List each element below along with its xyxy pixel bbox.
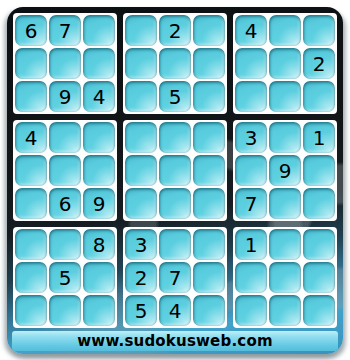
cell-r8c2[interactable]: 5 xyxy=(49,262,81,293)
cell-r7c4[interactable]: 3 xyxy=(125,229,157,260)
cell-r9c5[interactable]: 4 xyxy=(159,295,191,326)
cell-r9c4[interactable]: 5 xyxy=(125,295,157,326)
cell-r5c6[interactable] xyxy=(193,155,225,186)
cell-r8c7[interactable] xyxy=(235,262,267,293)
cell-r5c5[interactable] xyxy=(159,155,191,186)
cell-r4c4[interactable] xyxy=(125,122,157,153)
cell-r1c4[interactable] xyxy=(125,15,157,46)
box-8: 32754 xyxy=(123,227,227,328)
box-3: 42 xyxy=(233,13,337,114)
cell-r6c2[interactable]: 6 xyxy=(49,188,81,219)
cell-r2c8[interactable] xyxy=(269,48,301,79)
cell-r7c1[interactable] xyxy=(15,229,47,260)
cell-r8c4[interactable]: 2 xyxy=(125,262,157,293)
cell-r6c6[interactable] xyxy=(193,188,225,219)
cell-r2c5[interactable] xyxy=(159,48,191,79)
cell-r4c6[interactable] xyxy=(193,122,225,153)
cell-r3c7[interactable] xyxy=(235,81,267,112)
cell-r6c5[interactable] xyxy=(159,188,191,219)
box-7: 85 xyxy=(13,227,117,328)
cell-r1c8[interactable] xyxy=(269,15,301,46)
cell-r3c1[interactable] xyxy=(15,81,47,112)
cell-r6c4[interactable] xyxy=(125,188,157,219)
cell-r5c7[interactable] xyxy=(235,155,267,186)
cell-r2c9[interactable]: 2 xyxy=(303,48,335,79)
cell-r8c5[interactable]: 7 xyxy=(159,262,191,293)
cell-r5c4[interactable] xyxy=(125,155,157,186)
cell-r8c8[interactable] xyxy=(269,262,301,293)
sudoku-grid: 67942542469319785327541 xyxy=(7,7,343,328)
cell-r7c5[interactable] xyxy=(159,229,191,260)
cell-r1c7[interactable]: 4 xyxy=(235,15,267,46)
cell-r9c2[interactable] xyxy=(49,295,81,326)
cell-r4c3[interactable] xyxy=(83,122,115,153)
cell-r1c5[interactable]: 2 xyxy=(159,15,191,46)
box-4: 469 xyxy=(13,120,117,221)
cell-r8c6[interactable] xyxy=(193,262,225,293)
cell-r3c6[interactable] xyxy=(193,81,225,112)
cell-r7c2[interactable] xyxy=(49,229,81,260)
box-2: 25 xyxy=(123,13,227,114)
box-9: 1 xyxy=(233,227,337,328)
cell-r6c9[interactable] xyxy=(303,188,335,219)
cell-r9c3[interactable] xyxy=(83,295,115,326)
cell-r5c1[interactable] xyxy=(15,155,47,186)
cell-r9c8[interactable] xyxy=(269,295,301,326)
cell-r3c9[interactable] xyxy=(303,81,335,112)
cell-r5c8[interactable]: 9 xyxy=(269,155,301,186)
cell-r4c7[interactable]: 3 xyxy=(235,122,267,153)
cell-r8c9[interactable] xyxy=(303,262,335,293)
page: 67942542469319785327541 www.sudokusweb.c… xyxy=(0,0,350,360)
box-5 xyxy=(123,120,227,221)
cell-r1c6[interactable] xyxy=(193,15,225,46)
cell-r8c3[interactable] xyxy=(83,262,115,293)
box-1: 6794 xyxy=(13,13,117,114)
cell-r7c6[interactable] xyxy=(193,229,225,260)
cell-r9c9[interactable] xyxy=(303,295,335,326)
cell-r6c1[interactable] xyxy=(15,188,47,219)
cell-r4c1[interactable]: 4 xyxy=(15,122,47,153)
cell-r4c2[interactable] xyxy=(49,122,81,153)
cell-r3c4[interactable] xyxy=(125,81,157,112)
cell-r6c8[interactable] xyxy=(269,188,301,219)
box-6: 3197 xyxy=(233,120,337,221)
cell-r2c6[interactable] xyxy=(193,48,225,79)
cell-r9c7[interactable] xyxy=(235,295,267,326)
cell-r9c1[interactable] xyxy=(15,295,47,326)
cell-r1c1[interactable]: 6 xyxy=(15,15,47,46)
cell-r8c1[interactable] xyxy=(15,262,47,293)
cell-r3c3[interactable]: 4 xyxy=(83,81,115,112)
cell-r5c3[interactable] xyxy=(83,155,115,186)
cell-r5c9[interactable] xyxy=(303,155,335,186)
cell-r3c2[interactable]: 9 xyxy=(49,81,81,112)
cell-r6c7[interactable]: 7 xyxy=(235,188,267,219)
cell-r1c9[interactable] xyxy=(303,15,335,46)
cell-r7c7[interactable]: 1 xyxy=(235,229,267,260)
cell-r7c8[interactable] xyxy=(269,229,301,260)
cell-r7c3[interactable]: 8 xyxy=(83,229,115,260)
cell-r4c5[interactable] xyxy=(159,122,191,153)
cell-r7c9[interactable] xyxy=(303,229,335,260)
site-url: www.sudokusweb.com xyxy=(12,331,338,351)
cell-r2c4[interactable] xyxy=(125,48,157,79)
cell-r2c3[interactable] xyxy=(83,48,115,79)
cell-r2c2[interactable] xyxy=(49,48,81,79)
cell-r2c1[interactable] xyxy=(15,48,47,79)
cell-r4c9[interactable]: 1 xyxy=(303,122,335,153)
cell-r1c3[interactable] xyxy=(83,15,115,46)
cell-r2c7[interactable] xyxy=(235,48,267,79)
cell-r9c6[interactable] xyxy=(193,295,225,326)
sudoku-board: 67942542469319785327541 www.sudokusweb.c… xyxy=(7,7,343,354)
cell-r3c5[interactable]: 5 xyxy=(159,81,191,112)
cell-r6c3[interactable]: 9 xyxy=(83,188,115,219)
cell-r1c2[interactable]: 7 xyxy=(49,15,81,46)
cell-r4c8[interactable] xyxy=(269,122,301,153)
cell-r3c8[interactable] xyxy=(269,81,301,112)
cell-r5c2[interactable] xyxy=(49,155,81,186)
